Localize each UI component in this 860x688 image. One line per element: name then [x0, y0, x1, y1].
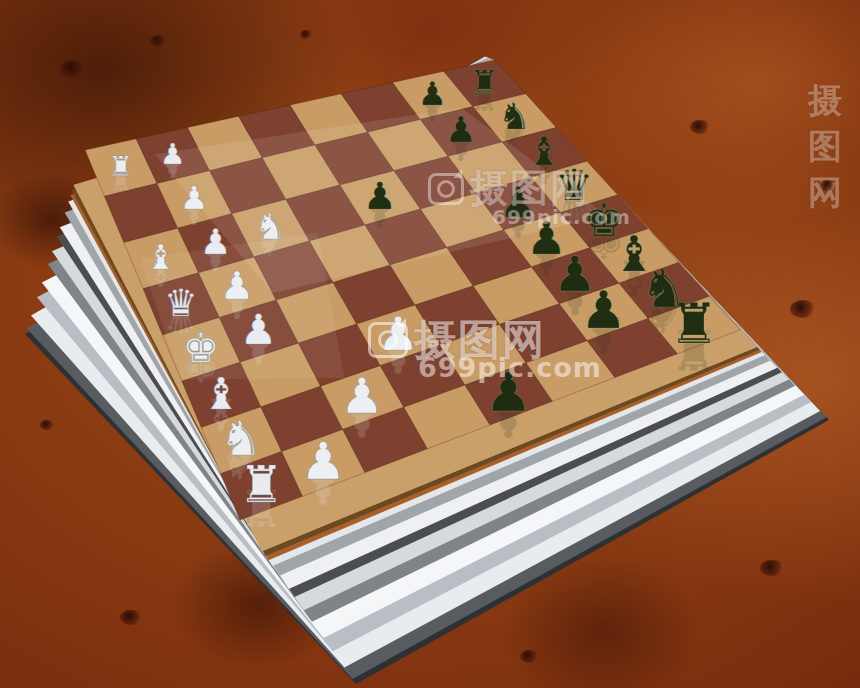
- piece-white-pawn-a2[interactable]: ♟: [160, 137, 186, 171]
- piece-black-rook-a8[interactable]: ♜: [469, 63, 499, 102]
- piece-black-pawn-a7[interactable]: ♟: [418, 75, 447, 113]
- piece-white-pawn-f4[interactable]: ♟: [377, 307, 419, 361]
- piece-white-pawn-g3[interactable]: ♟: [340, 368, 384, 425]
- piece-white-bishop-c1[interactable]: ♝: [145, 237, 176, 277]
- piece-black-pawn-b7[interactable]: ♟: [445, 109, 477, 150]
- piece-white-knight-c3[interactable]: ♞: [254, 206, 286, 247]
- piece-white-queen-d1[interactable]: ♛: [164, 281, 198, 325]
- piece-white-pawn-d2[interactable]: ♟: [220, 263, 255, 308]
- piece-white-pawn-h2[interactable]: ♟: [300, 431, 346, 491]
- piece-black-pawn-g7[interactable]: ♟: [580, 280, 627, 340]
- piece-black-pawn-c5[interactable]: ♟: [363, 174, 397, 218]
- piece-white-rook-h1[interactable]: ♜: [238, 455, 284, 514]
- piece-white-pawn-c2[interactable]: ♟: [200, 221, 232, 262]
- piece-white-rook-a1[interactable]: ♜: [108, 150, 133, 183]
- piece-white-pawn-b2[interactable]: ♟: [180, 179, 209, 217]
- piece-black-rook-h8[interactable]: ♜: [669, 291, 719, 356]
- piece-white-pawn-e2[interactable]: ♟: [240, 305, 277, 354]
- chess-board[interactable]: ♜♜♟♟♜♜♟♟♟♟♞♞♟♟♝♝♞♞♟♟♝♝♟♟♛♛♟♟♛♛♟♟♚♚♟♟♚♚♟♟…: [0, 0, 860, 688]
- scene: { "game": "chess", "scene": "glass chess…: [0, 0, 860, 688]
- piece-white-king-e1[interactable]: ♚: [183, 324, 220, 372]
- piece-black-pawn-h5[interactable]: ♟: [484, 361, 532, 424]
